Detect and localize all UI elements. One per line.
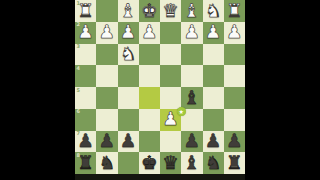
square-d2[interactable] bbox=[160, 22, 181, 44]
square-e6[interactable] bbox=[139, 109, 160, 131]
square-g8[interactable]: ♞ bbox=[96, 152, 117, 174]
square-g5[interactable] bbox=[96, 87, 117, 109]
square-e8[interactable]: ♚ bbox=[139, 152, 160, 174]
square-d1[interactable]: ♛ bbox=[160, 0, 181, 22]
square-c4[interactable] bbox=[181, 65, 202, 87]
square-b8[interactable]: ♞ bbox=[203, 152, 224, 174]
rank-label-1: 1 bbox=[77, 1, 80, 6]
square-a4[interactable] bbox=[224, 65, 245, 87]
square-a8[interactable]: ♜ bbox=[224, 152, 245, 174]
video-frame: 1♜♝♚♛♝♞♜2♟♟♟♟♟♟♟3♞45♝6♟★7♟♟♟♟♟♟8♜♞♚♛♝♞♜ bbox=[0, 0, 320, 180]
piece-black-queen[interactable]: ♛ bbox=[162, 154, 179, 173]
square-d3[interactable] bbox=[160, 44, 181, 66]
piece-white-pawn[interactable]: ♟ bbox=[184, 23, 201, 42]
square-e5[interactable] bbox=[139, 87, 160, 109]
square-a1[interactable]: ♜ bbox=[224, 0, 245, 22]
square-d4[interactable] bbox=[160, 65, 181, 87]
square-b5[interactable] bbox=[203, 87, 224, 109]
piece-white-queen[interactable]: ♛ bbox=[162, 2, 179, 21]
piece-black-bishop[interactable]: ♝ bbox=[184, 89, 201, 108]
piece-white-pawn[interactable]: ♟ bbox=[99, 23, 116, 42]
square-f4[interactable] bbox=[118, 65, 139, 87]
square-f7[interactable]: ♟ bbox=[118, 131, 139, 153]
piece-white-bishop[interactable]: ♝ bbox=[120, 2, 137, 21]
piece-white-pawn[interactable]: ♟ bbox=[141, 23, 158, 42]
square-e7[interactable] bbox=[139, 131, 160, 153]
square-d8[interactable]: ♛ bbox=[160, 152, 181, 174]
square-c5[interactable]: ♝ bbox=[181, 87, 202, 109]
piece-white-bishop[interactable]: ♝ bbox=[184, 2, 201, 21]
square-c8[interactable]: ♝ bbox=[181, 152, 202, 174]
rank-label-4: 4 bbox=[77, 66, 80, 71]
square-d6[interactable]: ♟★ bbox=[160, 109, 181, 131]
star-glyph: ★ bbox=[179, 109, 184, 115]
square-a2[interactable]: ♟ bbox=[224, 22, 245, 44]
square-h5[interactable]: 5 bbox=[75, 87, 96, 109]
square-e1[interactable]: ♚ bbox=[139, 0, 160, 22]
piece-white-knight[interactable]: ♞ bbox=[205, 2, 222, 21]
square-b6[interactable] bbox=[203, 109, 224, 131]
square-d7[interactable] bbox=[160, 131, 181, 153]
square-a6[interactable] bbox=[224, 109, 245, 131]
square-h7[interactable]: 7♟ bbox=[75, 131, 96, 153]
square-h3[interactable]: 3 bbox=[75, 44, 96, 66]
square-g2[interactable]: ♟ bbox=[96, 22, 117, 44]
square-f8[interactable] bbox=[118, 152, 139, 174]
piece-white-pawn[interactable]: ♟ bbox=[205, 23, 222, 42]
letterbox-right bbox=[245, 0, 320, 180]
rank-label-6: 6 bbox=[77, 109, 80, 114]
piece-black-king[interactable]: ♚ bbox=[141, 154, 158, 173]
piece-white-king[interactable]: ♚ bbox=[141, 2, 158, 21]
square-g4[interactable] bbox=[96, 65, 117, 87]
best-move-star-icon: ★ bbox=[177, 107, 186, 116]
piece-white-knight[interactable]: ♞ bbox=[120, 45, 137, 64]
square-c3[interactable] bbox=[181, 44, 202, 66]
rank-label-8: 8 bbox=[77, 153, 80, 158]
piece-white-pawn[interactable]: ♟ bbox=[226, 23, 243, 42]
letterbox-left bbox=[0, 0, 75, 180]
square-h1[interactable]: 1♜ bbox=[75, 0, 96, 22]
square-g7[interactable]: ♟ bbox=[96, 131, 117, 153]
square-h2[interactable]: 2♟ bbox=[75, 22, 96, 44]
piece-black-pawn[interactable]: ♟ bbox=[205, 132, 222, 151]
rank-label-7: 7 bbox=[77, 131, 80, 136]
piece-black-rook[interactable]: ♜ bbox=[226, 154, 243, 173]
square-g1[interactable] bbox=[96, 0, 117, 22]
square-e4[interactable] bbox=[139, 65, 160, 87]
square-b1[interactable]: ♞ bbox=[203, 0, 224, 22]
square-f5[interactable] bbox=[118, 87, 139, 109]
square-a7[interactable]: ♟ bbox=[224, 131, 245, 153]
rank-label-5: 5 bbox=[77, 88, 80, 93]
board-bottom-edge bbox=[75, 174, 245, 180]
square-f3[interactable]: ♞ bbox=[118, 44, 139, 66]
square-b2[interactable]: ♟ bbox=[203, 22, 224, 44]
square-d5[interactable] bbox=[160, 87, 181, 109]
square-g3[interactable] bbox=[96, 44, 117, 66]
rank-label-2: 2 bbox=[77, 22, 80, 27]
piece-black-pawn[interactable]: ♟ bbox=[120, 132, 137, 151]
square-c1[interactable]: ♝ bbox=[181, 0, 202, 22]
square-h4[interactable]: 4 bbox=[75, 65, 96, 87]
square-e3[interactable] bbox=[139, 44, 160, 66]
piece-black-pawn[interactable]: ♟ bbox=[99, 132, 116, 151]
square-g6[interactable] bbox=[96, 109, 117, 131]
square-a3[interactable] bbox=[224, 44, 245, 66]
piece-black-pawn[interactable]: ♟ bbox=[226, 132, 243, 151]
piece-black-knight[interactable]: ♞ bbox=[205, 154, 222, 173]
piece-black-knight[interactable]: ♞ bbox=[99, 154, 116, 173]
square-f1[interactable]: ♝ bbox=[118, 0, 139, 22]
square-b4[interactable] bbox=[203, 65, 224, 87]
square-f2[interactable]: ♟ bbox=[118, 22, 139, 44]
square-e2[interactable]: ♟ bbox=[139, 22, 160, 44]
square-h6[interactable]: 6 bbox=[75, 109, 96, 131]
square-c2[interactable]: ♟ bbox=[181, 22, 202, 44]
piece-black-bishop[interactable]: ♝ bbox=[184, 154, 201, 173]
piece-white-rook[interactable]: ♜ bbox=[226, 2, 243, 21]
square-h8[interactable]: 8♜ bbox=[75, 152, 96, 174]
square-f6[interactable] bbox=[118, 109, 139, 131]
square-c7[interactable]: ♟ bbox=[181, 131, 202, 153]
square-a5[interactable] bbox=[224, 87, 245, 109]
square-b3[interactable] bbox=[203, 44, 224, 66]
square-b7[interactable]: ♟ bbox=[203, 131, 224, 153]
rank-label-3: 3 bbox=[77, 44, 80, 49]
piece-black-pawn[interactable]: ♟ bbox=[184, 132, 201, 151]
chess-board[interactable]: 1♜♝♚♛♝♞♜2♟♟♟♟♟♟♟3♞45♝6♟★7♟♟♟♟♟♟8♜♞♚♛♝♞♜ bbox=[75, 0, 245, 174]
piece-white-pawn[interactable]: ♟ bbox=[120, 23, 137, 42]
